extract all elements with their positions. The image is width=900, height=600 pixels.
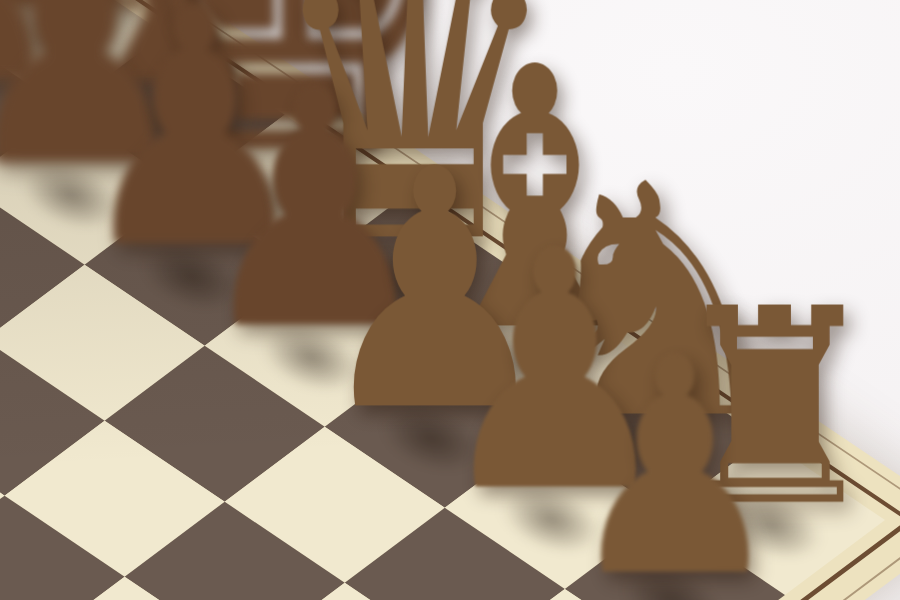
- black-pawn-a7[interactable]: ♟: [540, 318, 809, 600]
- chess-photo-scene: ♜♞♝♚♛♝♞♜♟♟♟♟♟♟♟♟: [0, 0, 900, 600]
- square-a7: ♟: [565, 514, 785, 600]
- pawn-glyph: ♟: [565, 318, 786, 600]
